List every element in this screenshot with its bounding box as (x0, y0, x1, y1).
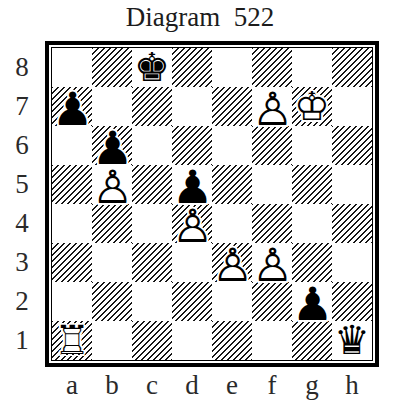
file-label-g: g (292, 371, 332, 399)
white-rook-a1: ♜♖ (54, 320, 90, 360)
square-c2 (132, 282, 172, 321)
square-f5 (252, 165, 292, 204)
square-h7 (332, 87, 372, 126)
square-h5 (332, 165, 372, 204)
square-c8: ♚♚ (132, 48, 172, 87)
square-c5 (132, 165, 172, 204)
square-a3 (52, 243, 92, 282)
black-king-c8: ♚♚ (134, 47, 170, 87)
rank-label-7: 7 (4, 87, 40, 126)
board-frame: ♚♚♟♟♟♙♚♔♟♟♟♙♟♟♟♙♟♙♟♙♟♟♜♖♛♛ (45, 41, 379, 367)
square-b8 (92, 48, 132, 87)
square-c4 (132, 204, 172, 243)
rank-labels: 87654321 (4, 48, 40, 360)
square-h2 (332, 282, 372, 321)
white-pawn-f7: ♟♙ (252, 86, 293, 132)
square-b5: ♟♙ (92, 165, 132, 204)
square-e6 (212, 126, 252, 165)
square-c7 (132, 87, 172, 126)
file-label-d: d (172, 371, 212, 399)
square-f1 (252, 321, 292, 360)
square-a7: ♟♟ (52, 87, 92, 126)
square-f7: ♟♙ (252, 87, 292, 126)
rank-label-1: 1 (4, 321, 40, 360)
file-label-e: e (212, 371, 252, 399)
square-c3 (132, 243, 172, 282)
square-g4 (292, 204, 332, 243)
white-pawn-d4: ♟♙ (172, 203, 213, 249)
square-a1: ♜♖ (52, 321, 92, 360)
rank-label-6: 6 (4, 126, 40, 165)
diagram-page: Diagram 522 87654321 ♚♚♟♟♟♙♚♔♟♟♟♙♟♟♟♙♟♙♟… (0, 0, 400, 400)
file-label-a: a (52, 371, 92, 399)
file-label-c: c (132, 371, 172, 399)
rank-label-3: 3 (4, 243, 40, 282)
square-h1: ♛♛ (332, 321, 372, 360)
square-e8 (212, 48, 252, 87)
rank-label-2: 2 (4, 282, 40, 321)
white-pawn-e3: ♟♙ (212, 242, 253, 288)
square-g2: ♟♟ (292, 282, 332, 321)
square-d1 (172, 321, 212, 360)
square-d4: ♟♙ (172, 204, 212, 243)
square-d7 (172, 87, 212, 126)
square-e3: ♟♙ (212, 243, 252, 282)
file-label-b: b (92, 371, 132, 399)
board-inner-border: ♚♚♟♟♟♙♚♔♟♟♟♙♟♟♟♙♟♙♟♙♟♟♜♖♛♛ (51, 47, 373, 361)
black-queen-h1: ♛♛ (334, 320, 370, 360)
black-pawn-g2: ♟♟ (292, 281, 333, 327)
square-b2 (92, 282, 132, 321)
square-h6 (332, 126, 372, 165)
white-pawn-f3: ♟♙ (252, 242, 293, 288)
square-a2 (52, 282, 92, 321)
square-e7 (212, 87, 252, 126)
square-g5 (292, 165, 332, 204)
diagram-title: Diagram 522 (0, 0, 400, 34)
square-b3 (92, 243, 132, 282)
square-g7: ♚♔ (292, 87, 332, 126)
square-g6 (292, 126, 332, 165)
rank-label-4: 4 (4, 204, 40, 243)
chess-board: ♚♚♟♟♟♙♚♔♟♟♟♙♟♟♟♙♟♙♟♙♟♟♜♖♛♛ (52, 48, 372, 360)
square-a4 (52, 204, 92, 243)
file-labels: abcdefgh (52, 371, 372, 399)
square-c1 (132, 321, 172, 360)
square-e5 (212, 165, 252, 204)
square-e1 (212, 321, 252, 360)
square-h3 (332, 243, 372, 282)
white-pawn-b5: ♟♙ (92, 164, 133, 210)
white-king-g7: ♚♔ (294, 86, 330, 126)
rank-label-8: 8 (4, 48, 40, 87)
square-b1 (92, 321, 132, 360)
square-h4 (332, 204, 372, 243)
square-c6 (132, 126, 172, 165)
square-d2 (172, 282, 212, 321)
square-a5 (52, 165, 92, 204)
file-label-h: h (332, 371, 372, 399)
square-f3: ♟♙ (252, 243, 292, 282)
square-d8 (172, 48, 212, 87)
black-pawn-a7: ♟♟ (52, 86, 93, 132)
square-h8 (332, 48, 372, 87)
square-g8 (292, 48, 332, 87)
file-label-f: f (252, 371, 292, 399)
rank-label-5: 5 (4, 165, 40, 204)
